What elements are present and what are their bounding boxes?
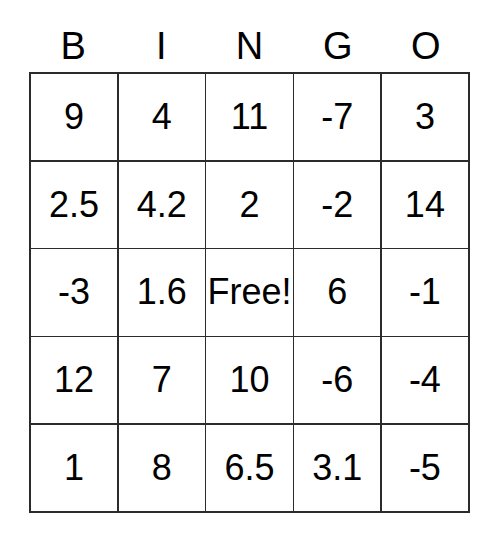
cell-r3-c0[interactable]: 12 [31,337,117,423]
cell-r3-c1[interactable]: 7 [119,337,205,423]
cell-r0-c3[interactable]: -7 [294,74,380,160]
cell-r4-c0[interactable]: 1 [31,425,117,511]
cell-r4-c4[interactable]: -5 [382,425,468,511]
bingo-header: B I N G O [29,20,470,72]
cell-r1-c0[interactable]: 2.5 [31,162,117,248]
cell-r3-c3[interactable]: -6 [294,337,380,423]
cell-r4-c1[interactable]: 8 [119,425,205,511]
cell-r4-c3[interactable]: 3.1 [294,425,380,511]
cell-r2-c4[interactable]: -1 [382,249,468,335]
bingo-grid: 9 4 11 -7 3 2.5 4.2 2 -2 14 -3 1.6 Free!… [29,72,470,513]
header-letter-n: N [205,27,293,65]
cell-r1-c4[interactable]: 14 [382,162,468,248]
cell-r4-c2[interactable]: 6.5 [206,425,292,511]
cell-r1-c1[interactable]: 4.2 [119,162,205,248]
header-letter-o: O [382,27,470,65]
cell-r2-c1[interactable]: 1.6 [119,249,205,335]
header-letter-g: G [294,27,382,65]
header-letter-i: I [117,27,205,65]
cell-r3-c4[interactable]: -4 [382,337,468,423]
cell-r0-c2[interactable]: 11 [206,74,292,160]
cell-r1-c2[interactable]: 2 [206,162,292,248]
bingo-card: B I N G O 9 4 11 -7 3 2.5 4.2 2 -2 14 -3… [0,0,500,544]
cell-r3-c2[interactable]: 10 [206,337,292,423]
cell-r1-c3[interactable]: -2 [294,162,380,248]
cell-r2-c0[interactable]: -3 [31,249,117,335]
cell-r0-c1[interactable]: 4 [119,74,205,160]
cell-r0-c0[interactable]: 9 [31,74,117,160]
free-cell[interactable]: Free! [206,249,292,335]
header-letter-b: B [29,27,117,65]
cell-r0-c4[interactable]: 3 [382,74,468,160]
cell-r2-c3[interactable]: 6 [294,249,380,335]
